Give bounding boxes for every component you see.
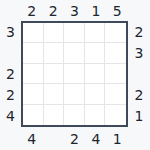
clues-bottom: 4 2 4 1	[21, 127, 128, 150]
skyscrapers-puzzle: 2 2 3 1 5 3 2 2 4	[0, 0, 150, 150]
board-cell-r1c5[interactable]	[105, 23, 126, 43]
clue-left-3: 2	[0, 63, 21, 84]
board-cell-r4c4[interactable]	[85, 84, 106, 104]
clues-top: 2 2 3 1 5	[21, 0, 128, 21]
clue-right-4: 2	[128, 85, 150, 106]
clue-top-4: 1	[85, 0, 106, 21]
clue-right-3	[128, 63, 150, 84]
board-cell-r1c4[interactable]	[85, 23, 106, 43]
clues-left: 3 2 2 4	[0, 21, 21, 127]
clue-bottom-2	[42, 127, 63, 150]
board-cell-r3c2[interactable]	[44, 64, 65, 84]
board-cell-r5c4[interactable]	[85, 105, 106, 125]
clue-bottom-3: 2	[64, 127, 85, 150]
board-cell-r5c5[interactable]	[105, 105, 126, 125]
board-cell-r1c1[interactable]	[23, 23, 44, 43]
board-cell-r5c3[interactable]	[64, 105, 85, 125]
board-cell-r4c3[interactable]	[64, 84, 85, 104]
clue-bottom-4: 4	[85, 127, 106, 150]
board-cell-r4c1[interactable]	[23, 84, 44, 104]
board-cell-r3c1[interactable]	[23, 64, 44, 84]
board-cell-r2c3[interactable]	[64, 43, 85, 63]
clue-bottom-5: 1	[107, 127, 128, 150]
board-cell-r1c2[interactable]	[44, 23, 65, 43]
board-cell-r5c1[interactable]	[23, 105, 44, 125]
clue-left-5: 4	[0, 106, 21, 127]
board-cell-r5c2[interactable]	[44, 105, 65, 125]
board-cell-r2c5[interactable]	[105, 43, 126, 63]
clue-right-2: 3	[128, 42, 150, 63]
clue-right-5: 1	[128, 106, 150, 127]
clue-top-1: 2	[21, 0, 42, 21]
clue-left-4: 2	[0, 85, 21, 106]
clue-left-2	[0, 42, 21, 63]
clue-top-2: 2	[42, 0, 63, 21]
board-cell-r3c5[interactable]	[105, 64, 126, 84]
board-cell-r4c5[interactable]	[105, 84, 126, 104]
clues-right: 2 3 2 1	[128, 21, 150, 127]
board-cell-r4c2[interactable]	[44, 84, 65, 104]
board-cell-r2c2[interactable]	[44, 43, 65, 63]
clue-right-1: 2	[128, 21, 150, 42]
clue-left-1: 3	[0, 21, 21, 42]
clue-top-3: 3	[64, 0, 85, 21]
board-cell-r1c3[interactable]	[64, 23, 85, 43]
board-cell-r3c4[interactable]	[85, 64, 106, 84]
clue-bottom-1: 4	[21, 127, 42, 150]
board-cell-r3c3[interactable]	[64, 64, 85, 84]
clue-top-5: 5	[107, 0, 128, 21]
board-cell-r2c1[interactable]	[23, 43, 44, 63]
puzzle-board	[21, 21, 128, 127]
board-cell-r2c4[interactable]	[85, 43, 106, 63]
